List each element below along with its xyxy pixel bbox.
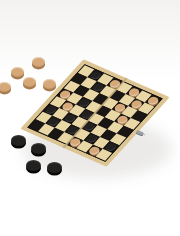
checker-piece-black[interactable] bbox=[11, 135, 26, 146]
checker-piece-black[interactable] bbox=[47, 162, 62, 173]
checker-piece-black[interactable] bbox=[31, 143, 46, 154]
checkers-product-photo bbox=[0, 0, 180, 236]
checker-piece-natural[interactable] bbox=[0, 82, 11, 92]
checker-piece-black[interactable] bbox=[26, 160, 41, 171]
checker-piece-natural[interactable] bbox=[43, 79, 56, 89]
checker-piece-natural[interactable] bbox=[23, 77, 36, 87]
checker-piece-natural[interactable] bbox=[32, 57, 45, 67]
checker-piece-natural[interactable] bbox=[11, 67, 24, 77]
